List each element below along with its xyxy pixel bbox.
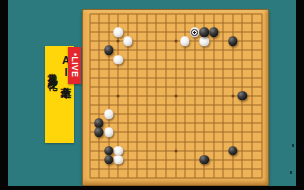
go-board: [82, 9, 269, 186]
grid-line-h: [90, 123, 262, 124]
white-stone-D4: [113, 146, 122, 155]
grid-line-h: [90, 178, 262, 179]
star-point: [174, 40, 177, 43]
grid-line-v: [261, 14, 262, 178]
star-point: [117, 40, 120, 43]
white-stone-D3: [113, 155, 122, 164]
left-black-bar: [0, 0, 8, 190]
grid-line-v: [213, 14, 214, 178]
black-stone-N17: [199, 28, 208, 37]
grid-line-h: [90, 168, 262, 169]
screenshot-stage: AI革命之 常见肩冲变化 •LIVE: [0, 0, 304, 190]
grid-line-v: [194, 14, 195, 178]
black-stone-R10: [238, 91, 247, 100]
white-stone-C8: [104, 110, 113, 119]
white-stone-D14: [113, 55, 122, 64]
grid-line-v: [223, 14, 224, 178]
black-stone-Q16: [228, 37, 237, 46]
white-stone-E16: [123, 37, 132, 46]
white-stone-C6: [104, 128, 113, 137]
black-stone-Q4: [228, 146, 237, 155]
right-black-bar: [296, 0, 304, 190]
grid-line-h: [90, 132, 262, 133]
watermark-speck: [290, 171, 292, 174]
white-stone-N16: [199, 37, 208, 46]
grid-line-h: [90, 114, 262, 115]
star-point: [174, 95, 177, 98]
last-move-marker: [191, 29, 198, 36]
black-stone-O17: [209, 28, 218, 37]
black-stone-B7: [94, 119, 103, 128]
grid-line-h: [90, 105, 262, 106]
black-stone-C4: [104, 146, 113, 155]
star-point: [174, 149, 177, 152]
bottom-black-bar: [0, 186, 304, 190]
white-stone-M17: [190, 28, 199, 37]
grid-line-h: [90, 141, 262, 142]
go-board-grid[interactable]: [90, 14, 262, 178]
black-stone-N3: [199, 155, 208, 164]
grid-line-v: [251, 14, 252, 178]
watermark-speck: [292, 144, 294, 147]
white-stone-D17: [113, 28, 122, 37]
star-point: [231, 95, 234, 98]
black-stone-C3: [104, 155, 113, 164]
black-stone-B6: [94, 128, 103, 137]
white-stone-L16: [180, 37, 189, 46]
black-stone-C15: [104, 46, 113, 55]
live-badge: •LIVE: [68, 47, 81, 84]
star-point: [117, 95, 120, 98]
